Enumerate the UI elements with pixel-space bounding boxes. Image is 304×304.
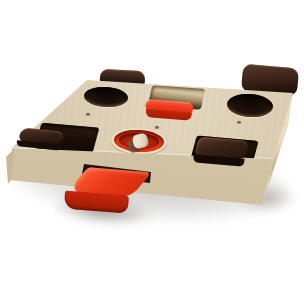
puzzle-board-scene <box>0 0 304 304</box>
red-hatch-slider[interactable] <box>144 99 195 122</box>
round-hole-back-right[interactable] <box>227 92 274 118</box>
red-front-slider[interactable] <box>84 167 158 222</box>
station-front-center <box>106 120 200 159</box>
station-back-left <box>12 81 106 120</box>
peg-hole-2 <box>155 126 159 129</box>
peg-hole-3 <box>237 121 241 124</box>
brown-block-front-right[interactable] <box>197 137 253 169</box>
peg-hole-1 <box>86 113 90 116</box>
